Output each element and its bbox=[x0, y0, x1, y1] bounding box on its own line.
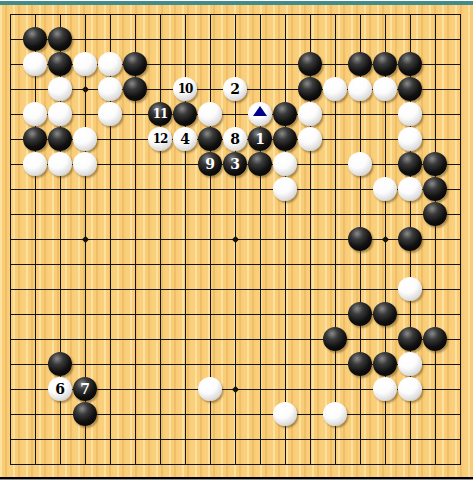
grid-line-vertical bbox=[285, 14, 286, 465]
white-stone[interactable]: 6 bbox=[48, 377, 72, 401]
black-stone[interactable] bbox=[398, 52, 422, 76]
triangle-marker-icon bbox=[253, 106, 267, 116]
black-stone[interactable] bbox=[173, 102, 197, 126]
star-point bbox=[232, 386, 239, 393]
black-stone[interactable] bbox=[373, 302, 397, 326]
move-number-label: 11 bbox=[153, 102, 168, 126]
white-stone[interactable] bbox=[273, 402, 297, 426]
black-stone[interactable] bbox=[423, 202, 447, 226]
move-number-label: 1 bbox=[255, 127, 265, 151]
white-stone[interactable] bbox=[98, 52, 122, 76]
white-stone[interactable]: 10 bbox=[173, 77, 197, 101]
white-stone[interactable]: 4 bbox=[173, 127, 197, 151]
black-stone[interactable] bbox=[48, 52, 72, 76]
white-stone[interactable] bbox=[98, 77, 122, 101]
move-number-label: 9 bbox=[205, 152, 215, 176]
white-stone[interactable] bbox=[48, 102, 72, 126]
black-stone[interactable]: 3 bbox=[223, 152, 247, 176]
grid-line-vertical bbox=[460, 14, 461, 465]
star-point bbox=[382, 236, 389, 243]
white-stone[interactable]: 12 bbox=[148, 127, 172, 151]
white-stone[interactable] bbox=[23, 52, 47, 76]
move-number-label: 4 bbox=[180, 127, 190, 151]
grid-line-horizontal bbox=[10, 439, 461, 440]
white-stone[interactable] bbox=[273, 152, 297, 176]
white-stone[interactable] bbox=[23, 152, 47, 176]
black-stone[interactable] bbox=[273, 102, 297, 126]
black-stone[interactable] bbox=[373, 352, 397, 376]
black-stone[interactable] bbox=[398, 152, 422, 176]
white-stone[interactable] bbox=[323, 402, 347, 426]
black-stone[interactable] bbox=[123, 77, 147, 101]
white-stone[interactable] bbox=[198, 102, 222, 126]
black-stone[interactable] bbox=[348, 227, 372, 251]
white-stone[interactable] bbox=[398, 277, 422, 301]
white-stone[interactable] bbox=[398, 177, 422, 201]
black-stone[interactable] bbox=[398, 77, 422, 101]
black-stone[interactable] bbox=[398, 327, 422, 351]
white-stone[interactable] bbox=[298, 127, 322, 151]
black-stone[interactable] bbox=[73, 402, 97, 426]
move-number-label: 12 bbox=[153, 127, 168, 151]
black-stone[interactable]: 7 bbox=[73, 377, 97, 401]
star-point bbox=[82, 236, 89, 243]
move-number-label: 6 bbox=[55, 377, 65, 401]
black-stone[interactable] bbox=[348, 52, 372, 76]
white-stone[interactable] bbox=[373, 377, 397, 401]
white-stone[interactable] bbox=[398, 127, 422, 151]
white-stone[interactable] bbox=[23, 102, 47, 126]
move-number-label: 3 bbox=[230, 152, 240, 176]
black-stone[interactable] bbox=[348, 302, 372, 326]
star-point bbox=[232, 236, 239, 243]
black-stone[interactable] bbox=[348, 352, 372, 376]
white-stone[interactable] bbox=[98, 102, 122, 126]
black-stone[interactable] bbox=[48, 352, 72, 376]
grid-line-horizontal bbox=[10, 464, 461, 465]
black-stone[interactable] bbox=[323, 327, 347, 351]
white-stone[interactable] bbox=[73, 127, 97, 151]
go-board-panel: 10211124819367 bbox=[0, 0, 473, 480]
grid-line-horizontal bbox=[10, 339, 461, 340]
black-stone[interactable] bbox=[198, 127, 222, 151]
white-stone[interactable] bbox=[398, 377, 422, 401]
white-stone[interactable] bbox=[73, 152, 97, 176]
grid-line-horizontal bbox=[10, 264, 461, 265]
white-stone[interactable] bbox=[48, 152, 72, 176]
white-stone[interactable] bbox=[348, 77, 372, 101]
black-stone[interactable]: 9 bbox=[198, 152, 222, 176]
black-stone[interactable] bbox=[423, 327, 447, 351]
move-number-label: 7 bbox=[80, 377, 90, 401]
white-stone[interactable] bbox=[398, 102, 422, 126]
grid-line-horizontal bbox=[10, 289, 461, 290]
black-stone[interactable] bbox=[373, 52, 397, 76]
white-stone[interactable] bbox=[373, 177, 397, 201]
black-stone[interactable] bbox=[123, 52, 147, 76]
black-stone[interactable] bbox=[48, 127, 72, 151]
black-stone[interactable] bbox=[48, 27, 72, 51]
black-stone[interactable] bbox=[398, 227, 422, 251]
white-stone[interactable] bbox=[198, 377, 222, 401]
white-stone[interactable]: 2 bbox=[223, 77, 247, 101]
top-teal-bar bbox=[0, 1, 473, 5]
black-stone[interactable] bbox=[23, 27, 47, 51]
black-stone[interactable] bbox=[298, 52, 322, 76]
white-stone[interactable] bbox=[323, 77, 347, 101]
white-stone[interactable] bbox=[248, 102, 272, 126]
star-point bbox=[82, 86, 89, 93]
move-number-label: 8 bbox=[230, 127, 240, 151]
black-stone[interactable]: 11 bbox=[148, 102, 172, 126]
grid-line-vertical bbox=[260, 14, 261, 465]
white-stone[interactable] bbox=[373, 77, 397, 101]
black-stone[interactable] bbox=[23, 127, 47, 151]
black-stone[interactable] bbox=[298, 77, 322, 101]
white-stone[interactable] bbox=[348, 152, 372, 176]
move-number-label: 10 bbox=[178, 77, 193, 101]
black-stone[interactable] bbox=[423, 152, 447, 176]
black-stone[interactable] bbox=[273, 127, 297, 151]
white-stone[interactable] bbox=[298, 102, 322, 126]
white-stone[interactable] bbox=[73, 52, 97, 76]
white-stone[interactable] bbox=[273, 177, 297, 201]
move-number-label: 2 bbox=[230, 77, 240, 101]
black-stone[interactable]: 1 bbox=[248, 127, 272, 151]
black-stone[interactable] bbox=[423, 177, 447, 201]
white-stone[interactable] bbox=[398, 352, 422, 376]
white-stone[interactable]: 8 bbox=[223, 127, 247, 151]
white-stone[interactable] bbox=[48, 77, 72, 101]
black-stone[interactable] bbox=[248, 152, 272, 176]
grid-line-vertical bbox=[435, 14, 436, 465]
